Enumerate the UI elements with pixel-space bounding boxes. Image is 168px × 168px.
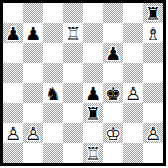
- square-e6[interactable]: [83, 43, 103, 63]
- square-h2[interactable]: ♟: [143, 123, 163, 143]
- black-pawn: ♟: [3, 23, 23, 43]
- square-d6[interactable]: [63, 43, 83, 63]
- square-h6[interactable]: [143, 43, 163, 63]
- square-e8[interactable]: [83, 3, 103, 23]
- square-f3[interactable]: [103, 103, 123, 123]
- square-h4[interactable]: [143, 83, 163, 103]
- square-h5[interactable]: [143, 63, 163, 83]
- black-rook: ♜: [143, 3, 163, 23]
- square-c3[interactable]: [43, 103, 63, 123]
- square-g3[interactable]: [123, 103, 143, 123]
- square-e5[interactable]: [83, 63, 103, 83]
- square-g8[interactable]: [123, 3, 143, 23]
- square-h8[interactable]: ♜: [143, 3, 163, 23]
- square-d4[interactable]: [63, 83, 83, 103]
- square-g2[interactable]: [123, 123, 143, 143]
- square-a6[interactable]: [3, 43, 23, 63]
- white-king: ♚: [103, 123, 123, 143]
- square-b8[interactable]: [23, 3, 43, 23]
- square-c1[interactable]: [43, 143, 63, 163]
- black-king: ♚: [103, 83, 123, 103]
- square-e4[interactable]: ♟: [83, 83, 103, 103]
- black-pawn: ♟: [103, 43, 123, 63]
- square-d1[interactable]: [63, 143, 83, 163]
- square-a5[interactable]: [3, 63, 23, 83]
- square-d2[interactable]: [63, 123, 83, 143]
- square-d5[interactable]: [63, 63, 83, 83]
- square-f7[interactable]: [103, 23, 123, 43]
- square-c8[interactable]: [43, 3, 63, 23]
- square-c4[interactable]: ♞: [43, 83, 63, 103]
- square-g4[interactable]: ♟: [123, 83, 143, 103]
- white-rook: ♜: [83, 143, 103, 163]
- white-bishop: ♝: [143, 23, 163, 43]
- square-g7[interactable]: [123, 23, 143, 43]
- square-e7[interactable]: [83, 23, 103, 43]
- white-pawn: ♟: [23, 123, 43, 143]
- square-h3[interactable]: [143, 103, 163, 123]
- square-h7[interactable]: ♝: [143, 23, 163, 43]
- black-pawn: ♟: [83, 83, 103, 103]
- square-a1[interactable]: [3, 143, 23, 163]
- black-pawn: ♟: [23, 23, 43, 43]
- square-d8[interactable]: [63, 3, 83, 23]
- square-b6[interactable]: [23, 43, 43, 63]
- square-c2[interactable]: [43, 123, 63, 143]
- white-pawn: ♟: [143, 123, 163, 143]
- square-b5[interactable]: [23, 63, 43, 83]
- square-c7[interactable]: [43, 23, 63, 43]
- white-pawn: ♟: [123, 83, 143, 103]
- white-pawn: ♟: [3, 123, 23, 143]
- square-f4[interactable]: ♚: [103, 83, 123, 103]
- square-b1[interactable]: [23, 143, 43, 163]
- square-f6[interactable]: ♟: [103, 43, 123, 63]
- square-d7[interactable]: ♜: [63, 23, 83, 43]
- square-f2[interactable]: ♚: [103, 123, 123, 143]
- chess-board: ♜♟♟♜♝♟♞♟♚♟♜♟♟♚♟♜: [0, 0, 166, 166]
- square-a8[interactable]: [3, 3, 23, 23]
- black-rook: ♜: [83, 103, 103, 123]
- square-d3[interactable]: [63, 103, 83, 123]
- square-a7[interactable]: ♟: [3, 23, 23, 43]
- square-g1[interactable]: [123, 143, 143, 163]
- square-e1[interactable]: ♜: [83, 143, 103, 163]
- chess-diagram: ♜♟♟♜♝♟♞♟♚♟♜♟♟♚♟♜: [0, 0, 168, 168]
- square-b7[interactable]: ♟: [23, 23, 43, 43]
- square-b2[interactable]: ♟: [23, 123, 43, 143]
- square-a2[interactable]: ♟: [3, 123, 23, 143]
- square-g5[interactable]: [123, 63, 143, 83]
- square-a3[interactable]: [3, 103, 23, 123]
- square-e2[interactable]: [83, 123, 103, 143]
- square-h1[interactable]: [143, 143, 163, 163]
- square-b3[interactable]: [23, 103, 43, 123]
- black-knight: ♞: [43, 83, 63, 103]
- white-rook: ♜: [63, 23, 83, 43]
- square-f5[interactable]: [103, 63, 123, 83]
- square-g6[interactable]: [123, 43, 143, 63]
- square-b4[interactable]: [23, 83, 43, 103]
- square-e3[interactable]: ♜: [83, 103, 103, 123]
- square-a4[interactable]: [3, 83, 23, 103]
- square-c5[interactable]: [43, 63, 63, 83]
- square-f1[interactable]: [103, 143, 123, 163]
- square-f8[interactable]: [103, 3, 123, 23]
- square-c6[interactable]: [43, 43, 63, 63]
